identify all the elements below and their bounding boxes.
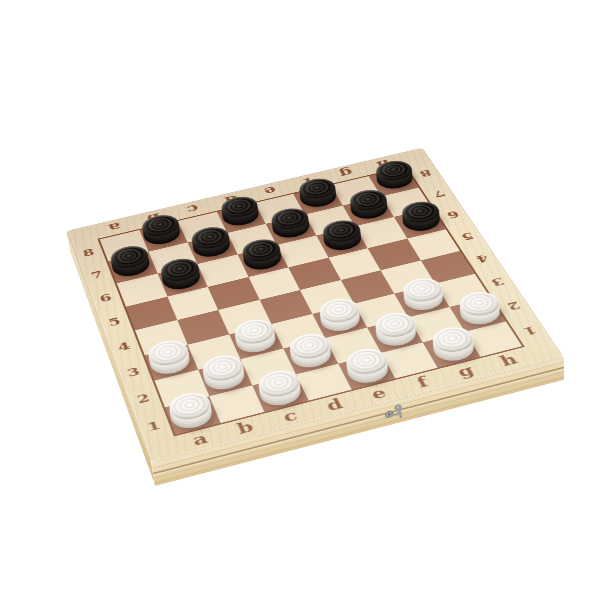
scene: abcdefgh abcdefgh 87654321 87654321 bbox=[0, 0, 600, 600]
checkers-board: abcdefgh abcdefgh 87654321 87654321 bbox=[66, 148, 563, 463]
square-d4[interactable] bbox=[259, 290, 312, 324]
square-b4[interactable] bbox=[177, 310, 229, 345]
rank-label: 1 bbox=[508, 315, 552, 347]
product-photo-stage: abcdefgh abcdefgh 87654321 87654321 bbox=[0, 0, 600, 600]
